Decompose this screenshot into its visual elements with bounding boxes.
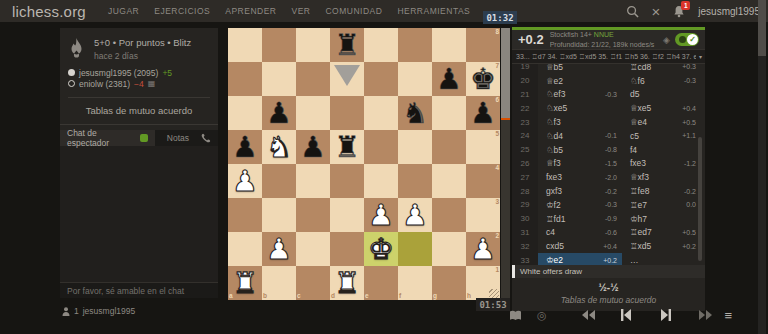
move-eval: +0.2	[599, 257, 617, 264]
move-san: ♘b5	[546, 145, 563, 155]
square-a5[interactable]: ♟	[228, 130, 262, 164]
eval-gauge	[501, 28, 510, 300]
square-e2[interactable]: ♚	[364, 232, 398, 266]
move-eval: -0.6	[601, 229, 617, 236]
black-color-icon	[68, 80, 75, 87]
move-eval: -0.3	[601, 91, 617, 98]
move-eval: +0.2	[678, 243, 696, 250]
move-san: ♘xe5	[546, 103, 567, 113]
square-b4[interactable]	[262, 164, 296, 198]
move-san: ♘d4	[546, 131, 563, 141]
black-piece-f6[interactable]: ♞	[402, 96, 428, 130]
black-move-23[interactable]: ♕e4+0.5	[622, 115, 701, 129]
replay-controls: ◎ ≡	[507, 306, 699, 324]
move-eval: 0.0	[682, 201, 696, 208]
square-h7[interactable]: ♚7	[466, 62, 500, 96]
move-row-27: 27fxe3-2.0♕xf3	[512, 170, 705, 184]
square-c1[interactable]: c	[296, 266, 330, 300]
notifications-bell-icon[interactable]: 1	[673, 5, 685, 18]
white-piece-e3[interactable]: ♟	[368, 198, 394, 232]
move-san: ♔h7	[630, 214, 647, 224]
move-san: ♖xd5	[630, 241, 651, 251]
square-d3[interactable]	[330, 198, 364, 232]
top-nav-right: × 1 jesusmgl1995	[626, 4, 760, 19]
square-g2[interactable]	[432, 232, 466, 266]
black-move-20[interactable]: ♘f6-0.3	[622, 74, 701, 88]
square-f4[interactable]	[398, 164, 432, 198]
white-piece-h2[interactable]: ♟	[470, 232, 496, 266]
move-san: ♘f3	[546, 117, 561, 127]
white-piece-a1[interactable]: ♜	[232, 266, 258, 300]
page-scrollbar[interactable]	[758, 0, 766, 334]
square-c7[interactable]	[296, 62, 330, 96]
square-e5[interactable]	[364, 130, 398, 164]
chat-panel: Chat de espectador Notas Por favor, sé a…	[60, 130, 218, 298]
rank-label-3: 3	[495, 199, 499, 206]
first-move-button[interactable]	[581, 310, 595, 320]
search-icon[interactable]	[626, 5, 639, 18]
move-san: ♘f6	[630, 76, 645, 86]
rank-label-8: 8	[495, 29, 499, 36]
rank-label-4: 4	[495, 165, 499, 172]
square-e7[interactable]	[364, 62, 398, 96]
white-clock: 01:53	[476, 298, 510, 311]
eval-gauge-black-section	[501, 28, 510, 118]
move-san: ♔e2	[546, 255, 563, 265]
move-number: 27	[512, 170, 538, 184]
move-row-31: 31c4-0.6♖ed7+0.5	[512, 226, 705, 240]
move-number: 26	[512, 157, 538, 171]
top-nav-bar: lichess.org JUGAREJERCICIOSAPRENDERVERCO…	[0, 0, 768, 22]
white-player-row: jesusmgl1995 (2095) +5	[68, 67, 210, 78]
square-c8[interactable]	[296, 28, 330, 62]
file-label-b: b	[263, 293, 267, 300]
black-piece-c5[interactable]: ♟	[300, 130, 326, 164]
game-date[interactable]: hace 2 días	[94, 51, 191, 61]
square-b8[interactable]	[262, 28, 296, 62]
move-eval: -1.2	[680, 160, 696, 167]
chat-messages-area	[60, 146, 218, 282]
move-number: 25	[512, 143, 538, 157]
square-h6[interactable]: ♟6	[466, 96, 500, 130]
move-number: 24	[512, 129, 538, 143]
square-d5[interactable]: ♜	[330, 130, 364, 164]
square-g1[interactable]: g	[432, 266, 466, 300]
square-f3[interactable]: ♟	[398, 198, 432, 232]
move-number: 28	[512, 184, 538, 198]
square-h5[interactable]: 5	[466, 130, 500, 164]
white-move-23[interactable]: ♘f3	[538, 115, 622, 129]
square-e3[interactable]: ♟	[364, 198, 398, 232]
white-move-31[interactable]: c4-0.6	[538, 226, 622, 240]
result-method: Tablas de mutuo acuerdo	[512, 295, 705, 305]
move-row-22: 22♘xe5♕xe5+0.4	[512, 101, 705, 115]
move-san: c5	[630, 131, 639, 141]
move-number: 23	[512, 115, 538, 129]
nav-item-aprender[interactable]: APRENDER	[225, 6, 276, 16]
square-a8[interactable]	[228, 28, 262, 62]
move-san: ♕b5	[546, 64, 563, 72]
black-move-25[interactable]: f4	[622, 143, 701, 157]
nav-item-comunidad[interactable]: COMUNIDAD	[325, 6, 382, 16]
move-row-23: 23♘f3♕e4+0.5	[512, 115, 705, 129]
white-piece-b2[interactable]: ♟	[266, 232, 292, 266]
square-e6[interactable]	[364, 96, 398, 130]
square-c4[interactable]	[296, 164, 330, 198]
chat-tab-label: Chat de espectador	[67, 128, 135, 148]
move-san: d5	[630, 89, 639, 99]
white-move-27[interactable]: fxe3-2.0	[538, 170, 622, 184]
white-move-25[interactable]: ♘b5-0.8	[538, 143, 622, 157]
square-g8[interactable]	[432, 28, 466, 62]
file-label-f: f	[399, 293, 401, 300]
engine-info: Stockfish 14+ NNUE Profundidad: 21/22, 1…	[550, 30, 657, 48]
move-row-25: 25♘b5-0.8f4	[512, 143, 705, 157]
rank-label-5: 5	[495, 131, 499, 138]
square-a4[interactable]: ♟	[228, 164, 262, 198]
chat-input[interactable]: Por favor, sé amable en el chat	[60, 282, 218, 298]
move-san: ♖cd8	[630, 64, 651, 72]
move-row-32: 32cxd5+0.4♖xd5+0.2	[512, 239, 705, 253]
white-piece-b5[interactable]: ♞	[266, 130, 292, 164]
white-piece-e2[interactable]: ♚	[368, 232, 394, 266]
computer-badge-icon: ▦	[148, 79, 156, 88]
move-number: 32	[512, 239, 538, 253]
move-san: gxf3	[546, 186, 562, 196]
black-move-29[interactable]: ♖e70.0	[622, 198, 701, 212]
black-move-24[interactable]: c5+1.1	[622, 129, 701, 143]
white-move-30[interactable]: ♖fd1-0.9	[538, 212, 622, 226]
square-g6[interactable]	[432, 96, 466, 130]
move-san: c4	[546, 227, 555, 237]
tab-spectator-chat[interactable]: Chat de espectador	[60, 130, 155, 146]
engine-eval: +0.2	[518, 32, 544, 47]
move-number: 19	[512, 64, 538, 74]
square-c3[interactable]	[296, 198, 330, 232]
square-f2[interactable]	[398, 232, 432, 266]
white-move-33[interactable]: ♔e2+0.2	[538, 253, 622, 265]
move-san: ♖fd1	[546, 214, 565, 224]
square-c6[interactable]	[296, 96, 330, 130]
black-player-row: eniolw (2381) −4 ▦	[68, 78, 210, 89]
square-a3[interactable]	[228, 198, 262, 232]
engine-settings-icon[interactable]: ◈	[663, 35, 670, 45]
engine-name: Stockfish 14+	[550, 31, 592, 38]
move-san: cxd5	[546, 241, 564, 251]
spectator-name[interactable]: jesusmgl1995	[83, 306, 135, 316]
white-move-21[interactable]: ♘ef3-0.3	[538, 88, 622, 102]
move-san: ♕xe5	[630, 103, 651, 113]
time-control-label: 5+0 • Por puntos • Blitz	[94, 37, 191, 48]
chess-board[interactable]: ♜8♟♚7♟♞♟6♟♞♟♜5♟4♟♟3♟♚♟2♜abc♜defgh1	[228, 28, 500, 300]
chevron-down-icon[interactable]: ▾	[696, 50, 705, 63]
move-number: 21	[512, 88, 538, 102]
menu-icon[interactable]: ≡	[725, 309, 733, 322]
final-score: ½-½	[512, 282, 705, 293]
black-move-28[interactable]: ♖fe8-0.2	[622, 184, 701, 198]
move-row-21: 21♘ef3-0.3d5	[512, 88, 705, 102]
move-eval: -0.1	[601, 132, 617, 139]
square-a1[interactable]: ♜a	[228, 266, 262, 300]
file-label-g: g	[433, 293, 437, 300]
square-f1[interactable]: f	[398, 266, 432, 300]
move-row-19: 19♕b5♖cd8+0.3	[512, 64, 705, 74]
move-eval: -0.8	[601, 146, 617, 153]
black-move-21[interactable]: d5	[622, 88, 701, 102]
move-eval: +0.5	[678, 119, 696, 126]
square-c5[interactable]: ♟	[296, 130, 330, 164]
move-eval: +0.4	[599, 243, 617, 250]
move-row-30: 30♖fd1-0.9♔h7	[512, 212, 705, 226]
file-label-h: h	[467, 293, 471, 300]
white-rating-diff: +5	[162, 68, 172, 78]
page-scrollbar-thumb[interactable]	[758, 0, 766, 56]
white-move-24[interactable]: ♘d4-0.1	[538, 129, 622, 143]
phone-icon[interactable]	[201, 130, 218, 146]
square-a7[interactable]	[228, 62, 262, 96]
white-move-32[interactable]: cxd5+0.4	[538, 239, 622, 253]
square-h4[interactable]: 4	[466, 164, 500, 198]
black-player-name[interactable]: eniolw (2381)	[79, 79, 130, 89]
square-f8[interactable]	[398, 28, 432, 62]
lichess-logo[interactable]: lichess.org	[12, 3, 86, 20]
black-move-31[interactable]: ♖ed7+0.5	[622, 226, 701, 240]
square-b2[interactable]: ♟	[262, 232, 296, 266]
move-eval: -0.3	[680, 77, 696, 84]
square-h8[interactable]: 8	[466, 28, 500, 62]
notes-tab-label: Notas	[167, 133, 189, 143]
nav-item-ver[interactable]: VER	[291, 6, 310, 16]
analysis-circle-icon[interactable]: ◎	[537, 309, 547, 322]
black-move-27[interactable]: ♕xf3	[622, 170, 701, 184]
engine-nnue-label: NNUE	[594, 31, 614, 38]
black-piece-a5[interactable]: ♟	[232, 130, 258, 164]
move-row-24: 24♘d4-0.1c5+1.1	[512, 129, 705, 143]
move-san: ♘ef3	[546, 89, 565, 99]
square-g3[interactable]	[432, 198, 466, 232]
move-row-29: 29♔f2-0.3♖e70.0	[512, 198, 705, 212]
move-san: ♕f3	[546, 158, 561, 168]
person-icon	[62, 307, 70, 316]
white-move-29[interactable]: ♔f2-0.3	[538, 198, 622, 212]
nav-item-ejercicios[interactable]: EJERCICIOS	[154, 6, 210, 16]
square-e4[interactable]	[364, 164, 398, 198]
square-e8[interactable]	[364, 28, 398, 62]
move-row-20: 20♕e2♘f6-0.3	[512, 74, 705, 88]
square-b3[interactable]	[262, 198, 296, 232]
white-move-26[interactable]: ♕f3-1.5	[538, 157, 622, 171]
moon-icon	[679, 36, 686, 43]
white-move-28[interactable]: gxf3-0.2	[538, 184, 622, 198]
square-f5[interactable]	[398, 130, 432, 164]
notification-badge: 1	[681, 1, 690, 10]
draw-offer-banner: White offers draw	[512, 265, 705, 278]
square-d2[interactable]	[330, 232, 364, 266]
rank-label-2: 2	[495, 233, 499, 240]
move-san: ♕e4	[630, 117, 647, 127]
move-eval: +1.1	[678, 132, 696, 139]
black-piece-d8[interactable]: ♜	[334, 28, 360, 62]
black-clock: 01:32	[483, 11, 517, 24]
engine-header: +0.2 Stockfish 14+ NNUE Profundidad: 21/…	[512, 30, 705, 49]
spectator-list: 1 jesusmgl1995	[62, 306, 135, 316]
engine-depth: Profundidad: 21/22, 189k nodes/s	[550, 41, 655, 48]
movelist-scrollbar[interactable]	[698, 137, 702, 261]
analysis-panel: +0.2 Stockfish 14+ NNUE Profundidad: 21/…	[512, 27, 705, 311]
rank-label-6: 6	[495, 97, 499, 104]
file-label-c: c	[297, 293, 301, 300]
pv-text: 33... ♖d7 34. ♖xd5 ♖xd5 35. ♖f1 ♖h5 36. …	[516, 53, 705, 61]
move-san: ♖ed7	[630, 227, 652, 237]
square-e1[interactable]: e	[364, 266, 398, 300]
toggle-knob-check: ✓	[687, 34, 698, 45]
square-f7[interactable]	[398, 62, 432, 96]
move-san: …	[630, 255, 639, 265]
move-eval: -0.9	[601, 215, 617, 222]
file-label-e: e	[365, 293, 369, 300]
square-g7[interactable]: ♟	[432, 62, 466, 96]
best-move-arrowhead	[334, 65, 360, 86]
square-c2[interactable]	[296, 232, 330, 266]
move-number: 29	[512, 198, 538, 212]
file-label-a: a	[229, 293, 233, 300]
black-piece-h7[interactable]: ♚	[470, 62, 496, 96]
move-san: ♖e7	[630, 200, 647, 210]
main-menu: JUGAREJERCICIOSAPRENDERVERCOMUNIDADHERRA…	[108, 6, 470, 16]
black-move-30[interactable]: ♔h7	[622, 212, 701, 226]
move-row-33: 33♔e2+0.2…	[512, 253, 705, 265]
black-piece-g7[interactable]: ♟	[436, 62, 462, 96]
move-number: 30	[512, 212, 538, 226]
white-piece-a4[interactable]: ♟	[232, 164, 258, 198]
black-move-26[interactable]: fxe3-1.2	[622, 157, 701, 171]
white-move-19[interactable]: ♕b5	[538, 64, 622, 74]
chat-enabled-toggle[interactable]	[140, 134, 147, 142]
opening-book-icon[interactable]	[509, 310, 522, 321]
blitz-flame-icon	[68, 37, 85, 61]
black-move-33[interactable]: …	[622, 253, 701, 265]
move-eval: +0.3	[678, 64, 696, 70]
square-d8[interactable]: ♜	[330, 28, 364, 62]
white-move-22[interactable]: ♘xe5	[538, 101, 622, 115]
move-san: ♖fe8	[630, 186, 649, 196]
move-san: fxe3	[630, 158, 646, 168]
move-san: f4	[630, 145, 637, 155]
square-b6[interactable]: ♟	[262, 96, 296, 130]
move-san: ♕xf3	[630, 172, 649, 182]
square-b1[interactable]: b	[262, 266, 296, 300]
tab-notes[interactable]: Notas	[155, 130, 201, 146]
move-eval: -0.3	[601, 201, 617, 208]
move-number: 20	[512, 74, 538, 88]
move-eval: +0.4	[678, 105, 696, 112]
square-d1[interactable]: ♜d	[330, 266, 364, 300]
engine-toggle[interactable]: ✓	[675, 33, 699, 46]
move-list[interactable]: 19♕b5♖cd8+0.320♕e2♘f6-0.321♘ef3-0.3d522♘…	[512, 64, 705, 265]
black-move-19[interactable]: ♖cd8+0.3	[622, 64, 701, 74]
eval-gauge-tick	[501, 118, 510, 120]
square-h2[interactable]: ♟2	[466, 232, 500, 266]
move-row-26: 26♕f3-1.5fxe3-1.2	[512, 157, 705, 171]
move-number: 22	[512, 101, 538, 115]
black-piece-h6[interactable]: ♟	[470, 96, 496, 130]
square-f6[interactable]: ♞	[398, 96, 432, 130]
square-h3[interactable]: 3	[466, 198, 500, 232]
game-result-note: Tablas de mutuo acuerdo	[60, 98, 218, 124]
nav-item-jugar[interactable]: JUGAR	[108, 6, 139, 16]
move-eval: +0.5	[678, 229, 696, 236]
white-player-name[interactable]: jesusmgl1995 (2095)	[79, 68, 158, 78]
logged-in-username[interactable]: jesusmgl1995	[698, 6, 760, 17]
last-move-button[interactable]	[699, 310, 713, 320]
square-d6[interactable]	[330, 96, 364, 130]
move-number: 33	[512, 253, 538, 265]
square-d7[interactable]	[330, 62, 364, 96]
black-piece-b6[interactable]: ♟	[266, 96, 292, 130]
square-a6[interactable]	[228, 96, 262, 130]
square-b5[interactable]: ♞	[262, 130, 296, 164]
rank-label-1: 1	[495, 267, 499, 274]
close-icon[interactable]: ×	[652, 4, 661, 19]
square-b7[interactable]	[262, 62, 296, 96]
move-row-28: 28gxf3-0.2♖fe8-0.2	[512, 184, 705, 198]
rank-label-7: 7	[495, 63, 499, 70]
principal-variation-line[interactable]: 33... ♖d7 34. ♖xd5 ♖xd5 35. ♖f1 ♖h5 36. …	[512, 49, 705, 64]
file-label-d: d	[331, 293, 335, 300]
move-eval: -1.5	[601, 160, 617, 167]
nav-item-herramientas[interactable]: HERRAMIENTAS	[397, 6, 470, 16]
move-eval: -2.0	[601, 174, 617, 181]
black-rating-diff: −4	[134, 79, 144, 89]
black-move-32[interactable]: ♖xd5+0.2	[622, 239, 701, 253]
move-number: 31	[512, 226, 538, 240]
square-a2[interactable]	[228, 232, 262, 266]
black-move-22[interactable]: ♕xe5+0.4	[622, 101, 701, 115]
white-piece-f3[interactable]: ♟	[402, 198, 428, 232]
move-eval: -0.2	[680, 188, 696, 195]
square-d4[interactable]	[330, 164, 364, 198]
spectator-count: 1	[74, 306, 79, 316]
square-g5[interactable]	[432, 130, 466, 164]
move-eval: -0.2	[601, 188, 617, 195]
white-piece-d1[interactable]: ♜	[334, 266, 360, 300]
move-san: ♕e2	[546, 76, 563, 86]
next-move-button[interactable]	[661, 309, 671, 321]
previous-move-button[interactable]	[621, 309, 631, 321]
move-san: fxe3	[546, 172, 562, 182]
black-piece-d5[interactable]: ♜	[334, 130, 360, 164]
square-g4[interactable]	[432, 164, 466, 198]
white-color-icon	[68, 69, 75, 76]
move-san: ♔f2	[546, 200, 561, 210]
white-move-20[interactable]: ♕e2	[538, 74, 622, 88]
